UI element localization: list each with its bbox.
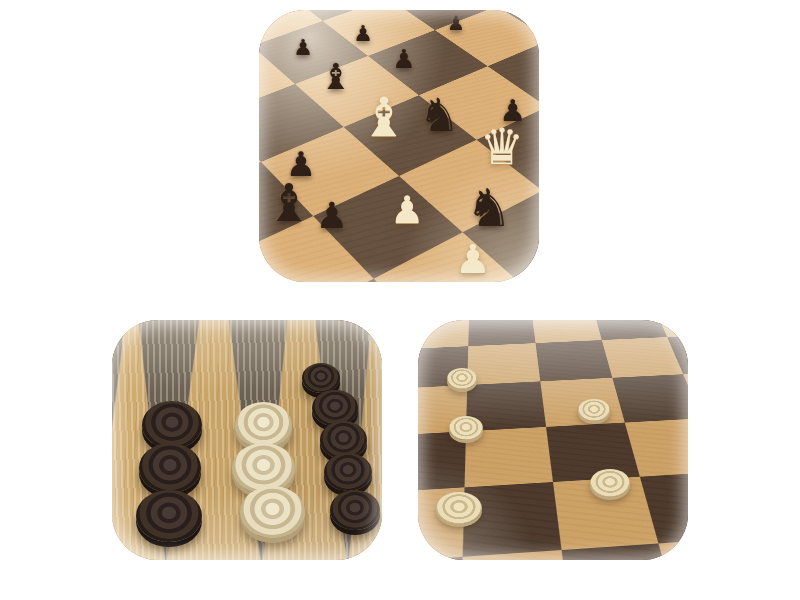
chess-piece-black-bishop: ♝ <box>266 177 313 229</box>
chess-piece-black-pawn: ♟ <box>353 23 373 45</box>
product-photo-collage: ♟♟♟♟♝♞♟♟♝♟♞♝♛♟♟ <box>0 0 800 600</box>
checkers-piece-light <box>578 399 610 421</box>
chess-pieces-layer: ♟♟♟♟♝♞♟♟♝♟♞♝♛♟♟ <box>259 10 539 282</box>
backgammon-checker-dark <box>136 490 202 543</box>
checkers-piece-light <box>436 492 482 524</box>
chess-piece-black-knight: ♞ <box>466 182 513 234</box>
chess-piece-white-pawn: ♟ <box>390 191 424 229</box>
chess-piece-white-queen: ♛ <box>480 122 525 172</box>
backgammon-checkers-layer <box>112 320 382 560</box>
backgammon-photo <box>112 320 382 560</box>
backgammon-checker-dark <box>302 363 340 393</box>
checkers-piece-light <box>447 368 477 389</box>
backgammon-checker-dark <box>324 453 372 491</box>
chess-piece-black-knight: ♞ <box>418 92 459 138</box>
chess-square <box>536 249 539 282</box>
checkers-piece-light <box>590 469 630 497</box>
chess-piece-white-pawn: ♟ <box>455 239 491 279</box>
chess-piece-black-pawn: ♟ <box>293 37 313 59</box>
chess-piece-white-bishop: ♝ <box>360 91 408 145</box>
backgammon-checker-light <box>232 443 295 493</box>
backgammon-checker-dark <box>312 390 358 427</box>
backgammon-checker-light <box>235 402 292 448</box>
chess-piece-black-pawn: ♟ <box>392 46 415 72</box>
backgammon-checker-dark <box>142 401 202 449</box>
backgammon-checker-dark <box>330 490 380 530</box>
checkers-pieces-layer <box>418 320 688 560</box>
chess-photo: ♟♟♟♟♝♞♟♟♝♟♞♝♛♟♟ <box>259 10 539 282</box>
chess-piece-black-pawn: ♟ <box>447 13 465 33</box>
checkers-piece-light <box>449 416 483 440</box>
checkers-photo <box>418 320 688 560</box>
backgammon-checker-dark <box>139 443 201 493</box>
chess-piece-black-bishop: ♝ <box>320 59 352 95</box>
chess-piece-black-pawn: ♟ <box>316 198 348 234</box>
backgammon-checker-light <box>240 486 305 538</box>
